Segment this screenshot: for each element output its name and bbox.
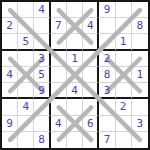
cell-r3c7[interactable] <box>99 34 115 50</box>
cell-r5c3[interactable]: 5 <box>34 67 50 83</box>
cell-r8c3[interactable] <box>34 116 50 132</box>
cell-r7c2[interactable]: 4 <box>18 99 34 115</box>
cell-r2c8[interactable] <box>116 18 132 34</box>
cell-r2c2[interactable] <box>18 18 34 34</box>
cell-r5c4[interactable] <box>51 67 67 83</box>
cell-r1c9[interactable] <box>132 2 148 18</box>
given-digit: 4 <box>71 85 78 96</box>
cell-r6c9[interactable] <box>132 83 148 99</box>
cell-r4c9[interactable] <box>132 51 148 67</box>
cell-r6c1[interactable] <box>2 83 18 99</box>
cell-r9c8[interactable] <box>116 132 132 148</box>
cell-r5c5[interactable] <box>67 67 83 83</box>
given-digit: 6 <box>87 118 94 129</box>
given-digit: 4 <box>87 20 94 31</box>
given-digit: 9 <box>38 85 45 96</box>
cell-r4c1[interactable] <box>2 51 18 67</box>
cell-r9c2[interactable] <box>18 132 34 148</box>
cell-r3c3[interactable] <box>34 34 50 50</box>
given-digit: 2 <box>6 20 13 31</box>
cell-r3c5[interactable] <box>67 34 83 50</box>
cell-r5c7[interactable]: 8 <box>99 67 115 83</box>
cell-r9c7[interactable]: 7 <box>99 132 115 148</box>
cell-r3c6[interactable] <box>83 34 99 50</box>
cell-r1c1[interactable] <box>2 2 18 18</box>
given-digit: 2 <box>104 53 111 64</box>
given-digit: 8 <box>38 134 45 145</box>
cell-r7c4[interactable] <box>51 99 67 115</box>
cell-r8c4[interactable]: 4 <box>51 116 67 132</box>
cell-r9c3[interactable]: 8 <box>34 132 50 148</box>
cell-r2c5[interactable] <box>67 18 83 34</box>
cell-r9c1[interactable] <box>2 132 18 148</box>
cell-r8c8[interactable] <box>116 116 132 132</box>
given-digit: 2 <box>120 101 127 112</box>
cell-r9c6[interactable] <box>83 132 99 148</box>
cell-r1c2[interactable] <box>18 2 34 18</box>
given-digit: 9 <box>104 4 111 15</box>
cell-r2c4[interactable]: 7 <box>51 18 67 34</box>
given-digit: 9 <box>6 118 13 129</box>
given-digit: 4 <box>38 4 45 15</box>
given-digit: 8 <box>137 20 144 31</box>
cell-r6c2[interactable] <box>18 83 34 99</box>
given-digit: 1 <box>120 36 127 47</box>
cell-r2c9[interactable]: 8 <box>132 18 148 34</box>
cell-r6c6[interactable] <box>83 83 99 99</box>
cell-r1c7[interactable]: 9 <box>99 2 115 18</box>
cell-r7c7[interactable] <box>99 99 115 115</box>
cell-r8c7[interactable] <box>99 116 115 132</box>
cell-r4c7[interactable]: 2 <box>99 51 115 67</box>
cell-r5c1[interactable]: 4 <box>2 67 18 83</box>
cell-r3c4[interactable] <box>51 34 67 50</box>
cell-r9c5[interactable] <box>67 132 83 148</box>
given-digit: 1 <box>71 53 78 64</box>
cell-r7c1[interactable] <box>2 99 18 115</box>
cell-r7c5[interactable] <box>67 99 83 115</box>
given-digit: 5 <box>23 36 30 47</box>
cell-r1c3[interactable]: 4 <box>34 2 50 18</box>
given-digit: 7 <box>55 20 62 31</box>
cell-r4c2[interactable] <box>18 51 34 67</box>
cell-r7c8[interactable]: 2 <box>116 99 132 115</box>
cell-r6c5[interactable]: 4 <box>67 83 83 99</box>
given-digit: 4 <box>6 69 13 80</box>
cell-r2c7[interactable] <box>99 18 115 34</box>
given-digit: 3 <box>137 118 144 129</box>
cell-r1c8[interactable] <box>116 2 132 18</box>
given-digit: 3 <box>104 85 111 96</box>
cell-r1c4[interactable] <box>51 2 67 18</box>
cell-r3c8[interactable]: 1 <box>116 34 132 50</box>
cell-r5c6[interactable] <box>83 67 99 83</box>
cell-r9c4[interactable] <box>51 132 67 148</box>
cell-r3c2[interactable]: 5 <box>18 34 34 50</box>
sudoku-board: 49274851312458194342946387 <box>0 0 150 150</box>
cell-r4c3[interactable]: 3 <box>34 51 50 67</box>
cell-r7c3[interactable] <box>34 99 50 115</box>
given-digit: 1 <box>137 69 144 80</box>
cell-r4c4[interactable] <box>51 51 67 67</box>
cell-r7c6[interactable] <box>83 99 99 115</box>
given-digit: 3 <box>38 53 45 64</box>
given-digit: 7 <box>104 134 111 145</box>
cell-r8c2[interactable] <box>18 116 34 132</box>
cell-r5c9[interactable]: 1 <box>132 67 148 83</box>
cell-r5c2[interactable] <box>18 67 34 83</box>
cell-r4c5[interactable]: 1 <box>67 51 83 67</box>
cell-r8c1[interactable]: 9 <box>2 116 18 132</box>
cell-r6c7[interactable]: 3 <box>99 83 115 99</box>
cell-r2c6[interactable]: 4 <box>83 18 99 34</box>
given-digit: 4 <box>55 118 62 129</box>
cell-r6c8[interactable] <box>116 83 132 99</box>
cell-r4c6[interactable] <box>83 51 99 67</box>
cell-r1c6[interactable] <box>83 2 99 18</box>
cell-r8c9[interactable]: 3 <box>132 116 148 132</box>
cell-r3c9[interactable] <box>132 34 148 50</box>
cell-r2c1[interactable]: 2 <box>2 18 18 34</box>
cell-r7c9[interactable] <box>132 99 148 115</box>
cell-r6c3[interactable]: 9 <box>34 83 50 99</box>
cell-r9c9[interactable] <box>132 132 148 148</box>
given-digit: 4 <box>23 101 30 112</box>
given-digit: 5 <box>38 69 45 80</box>
cell-r4c8[interactable] <box>116 51 132 67</box>
cell-r8c5[interactable] <box>67 116 83 132</box>
given-digit: 8 <box>104 69 111 80</box>
cell-r3c1[interactable] <box>2 34 18 50</box>
cell-r2c3[interactable] <box>34 18 50 34</box>
cell-r6c4[interactable] <box>51 83 67 99</box>
cell-r5c8[interactable] <box>116 67 132 83</box>
cell-r8c6[interactable]: 6 <box>83 116 99 132</box>
cell-r1c5[interactable] <box>67 2 83 18</box>
